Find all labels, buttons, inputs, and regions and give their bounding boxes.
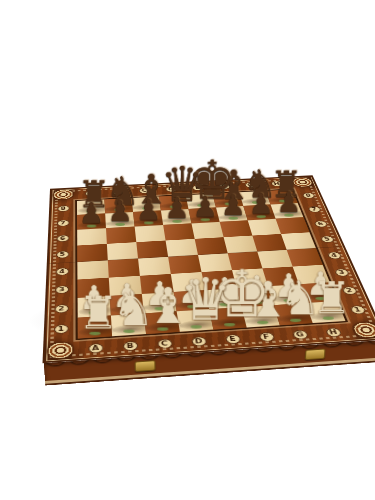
square-e6[interactable] [191,222,223,239]
white-rook-a1[interactable]: ♜ [77,290,111,335]
corner-rosette-back-left [53,189,73,200]
square-a6[interactable] [77,228,107,245]
board-squares: ♜♞♝♛♚♝♞♜♟♟♟♟♟♟♟♟♟♟♟♟♟♟♟♟♜♞♝♛♚♝♞♜ [77,190,345,339]
square-h6[interactable] [275,217,309,234]
coord-rank-3-left-rail: 3 [54,285,68,294]
square-a7[interactable]: ♟ [77,213,106,229]
coord-file-b-near-rail: B [122,340,138,351]
black-pawn-c7[interactable]: ♟ [134,196,162,224]
square-c4[interactable] [138,257,171,276]
square-b4[interactable] [107,259,139,278]
chess-board: ♜♞♝♛♚♝♞♜♟♟♟♟♟♟♟♟♟♟♟♟♟♟♟♟♜♞♝♛♚♝♞♜ AABBCCD… [42,175,375,363]
black-pawn-a7[interactable]: ♟ [77,199,106,228]
black-pawn-f7[interactable]: ♟ [219,191,247,219]
coord-file-d-near-rail: D [190,336,206,346]
square-g6[interactable] [247,219,280,236]
coord-rank-4-left-rail: 4 [55,267,69,275]
square-c6[interactable] [134,225,165,242]
black-pawn-d7[interactable]: ♟ [162,194,190,222]
corner-rosette-front-left [47,341,73,359]
coord-rank-4-right-rail: 4 [326,251,342,259]
square-a1[interactable]: ♜ [77,316,111,339]
coord-rank-7-right-rail: 7 [306,206,320,213]
square-b7[interactable]: ♟ [105,212,134,228]
brass-latch-left[interactable] [135,360,156,372]
coord-file-e-near-rail: E [224,334,241,344]
coord-rank-6-right-rail: 6 [312,220,327,227]
coord-file-f-near-rail: F [257,331,274,341]
coord-rank-5-right-rail: 5 [319,235,334,243]
square-f6[interactable] [219,220,252,237]
coord-rank-5-left-rail: 5 [55,250,68,258]
corner-rosette-front-right [350,321,375,338]
scene: ♜♞♝♛♚♝♞♜♟♟♟♟♟♟♟♟♟♟♟♟♟♟♟♟♜♞♝♛♚♝♞♜ AABBCCD… [0,0,375,500]
black-pawn-b7[interactable]: ♟ [105,197,134,226]
coord-file-g-near-rail: G [291,329,309,339]
coord-rank-1-left-rail: 1 [53,324,68,334]
square-d6[interactable] [163,224,194,241]
square-c7[interactable]: ♟ [133,210,163,226]
black-pawn-e7[interactable]: ♟ [191,193,219,221]
coord-rank-8-left-rail: 8 [56,205,68,212]
coord-rank-6-left-rail: 6 [56,234,69,242]
square-b6[interactable] [106,227,136,244]
black-pawn-g7[interactable]: ♟ [247,190,275,218]
coord-rank-2-left-rail: 2 [53,304,67,313]
coord-file-h-near-rail: H [324,327,342,337]
coord-rank-7-left-rail: 7 [56,219,69,226]
coord-file-a-near-rail: A [87,343,102,354]
black-pawn-h7[interactable]: ♟ [274,189,302,217]
coord-file-c-near-rail: C [156,338,172,348]
brass-latch-right[interactable] [305,349,326,361]
square-a4[interactable] [77,260,108,279]
product-photo: ♜♞♝♛♚♝♞♜♟♟♟♟♟♟♟♟♟♟♟♟♟♟♟♟♜♞♝♛♚♝♞♜ AABBCCD… [0,0,375,500]
